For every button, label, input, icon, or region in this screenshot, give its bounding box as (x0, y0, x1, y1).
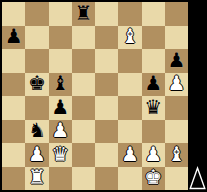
square-d7[interactable] (72, 26, 95, 50)
square-a7[interactable]: ♟ (2, 26, 25, 50)
square-a4[interactable] (2, 96, 25, 120)
square-d1[interactable] (72, 167, 95, 191)
square-d5[interactable] (72, 73, 95, 97)
piece-black-queen[interactable]: ♛ (144, 97, 162, 117)
square-a3[interactable] (2, 120, 25, 144)
square-f2[interactable]: ♟ (118, 143, 141, 167)
piece-white-pawn[interactable]: ♟ (28, 144, 46, 164)
piece-white-rook[interactable]: ♜ (28, 167, 46, 187)
square-e1[interactable] (95, 167, 118, 191)
square-f6[interactable] (118, 49, 141, 73)
square-b2[interactable]: ♟ (25, 143, 48, 167)
square-c5[interactable]: ♝ (49, 73, 72, 97)
square-b3[interactable]: ♞ (25, 120, 48, 144)
square-h6[interactable]: ♟ (165, 49, 188, 73)
piece-black-pawn[interactable]: ♟ (51, 97, 69, 117)
square-b7[interactable] (25, 26, 48, 50)
piece-white-bishop[interactable]: ♝ (121, 26, 139, 46)
square-d6[interactable] (72, 49, 95, 73)
square-h2[interactable]: ♝ (165, 143, 188, 167)
piece-white-pawn[interactable]: ♟ (51, 120, 69, 140)
square-e7[interactable] (95, 26, 118, 50)
square-c8[interactable] (49, 2, 72, 26)
piece-black-pawn[interactable]: ♟ (5, 26, 23, 46)
square-f1[interactable] (118, 167, 141, 191)
square-f8[interactable] (118, 2, 141, 26)
square-a1[interactable] (2, 167, 25, 191)
square-h3[interactable] (165, 120, 188, 144)
piece-white-pawn[interactable]: ♟ (167, 73, 185, 93)
square-e5[interactable] (95, 73, 118, 97)
square-f7[interactable]: ♝ (118, 26, 141, 50)
piece-white-pawn[interactable]: ♟ (121, 144, 139, 164)
square-g6[interactable] (142, 49, 165, 73)
square-d3[interactable] (72, 120, 95, 144)
square-f4[interactable] (118, 96, 141, 120)
square-c7[interactable] (49, 26, 72, 50)
square-h8[interactable] (165, 2, 188, 26)
square-a5[interactable] (2, 73, 25, 97)
side-to-move-triangle-icon (189, 165, 206, 191)
square-f5[interactable] (118, 73, 141, 97)
square-f3[interactable] (118, 120, 141, 144)
square-e4[interactable] (95, 96, 118, 120)
piece-white-pawn[interactable]: ♟ (144, 144, 162, 164)
square-d4[interactable] (72, 96, 95, 120)
chess-board: ♜♟♝♟♚♝♟♟♟♛♞♟♟♛♟♟♝♜♚ (2, 2, 188, 190)
square-b5[interactable]: ♚ (25, 73, 48, 97)
square-g7[interactable] (142, 26, 165, 50)
chess-app-screen: ♜♟♝♟♚♝♟♟♟♛♞♟♟♛♟♟♝♜♚ (0, 0, 207, 192)
square-c2[interactable]: ♛ (49, 143, 72, 167)
square-g1[interactable]: ♚ (142, 167, 165, 191)
square-a2[interactable] (2, 143, 25, 167)
square-c1[interactable] (49, 167, 72, 191)
piece-white-queen[interactable]: ♛ (51, 144, 69, 164)
square-h4[interactable] (165, 96, 188, 120)
square-h7[interactable] (165, 26, 188, 50)
square-d2[interactable] (72, 143, 95, 167)
piece-black-pawn[interactable]: ♟ (144, 73, 162, 93)
square-b1[interactable]: ♜ (25, 167, 48, 191)
square-e2[interactable] (95, 143, 118, 167)
piece-black-knight[interactable]: ♞ (28, 120, 46, 140)
piece-black-pawn[interactable]: ♟ (167, 50, 185, 70)
square-c4[interactable]: ♟ (49, 96, 72, 120)
square-g8[interactable] (142, 2, 165, 26)
piece-black-king[interactable]: ♚ (28, 73, 46, 93)
square-b8[interactable] (25, 2, 48, 26)
square-a6[interactable] (2, 49, 25, 73)
piece-white-bishop[interactable]: ♝ (167, 144, 185, 164)
square-e8[interactable] (95, 2, 118, 26)
piece-black-bishop[interactable]: ♝ (51, 73, 69, 93)
square-b6[interactable] (25, 49, 48, 73)
square-g4[interactable]: ♛ (142, 96, 165, 120)
square-c6[interactable] (49, 49, 72, 73)
square-g3[interactable] (142, 120, 165, 144)
square-d8[interactable]: ♜ (72, 2, 95, 26)
square-g5[interactable]: ♟ (142, 73, 165, 97)
square-h5[interactable]: ♟ (165, 73, 188, 97)
piece-black-rook[interactable]: ♜ (74, 3, 92, 23)
square-e3[interactable] (95, 120, 118, 144)
square-a8[interactable] (2, 2, 25, 26)
piece-white-king[interactable]: ♚ (144, 167, 162, 187)
square-c3[interactable]: ♟ (49, 120, 72, 144)
square-b4[interactable] (25, 96, 48, 120)
square-g2[interactable]: ♟ (142, 143, 165, 167)
square-h1[interactable] (165, 167, 188, 191)
square-e6[interactable] (95, 49, 118, 73)
